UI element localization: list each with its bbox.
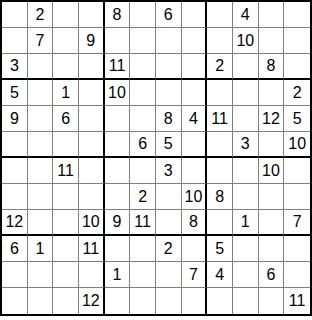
cell-r8c6[interactable]: 2 (130, 184, 156, 210)
cell-r6c5[interactable] (105, 132, 131, 158)
cell-r9c12[interactable]: 7 (284, 210, 310, 236)
cell-r9c7[interactable] (156, 210, 182, 236)
cell-r7c10[interactable] (233, 158, 259, 184)
cell-r9c10[interactable]: 1 (233, 210, 259, 236)
cell-r11c9[interactable]: 4 (207, 262, 233, 288)
cell-r10c2[interactable]: 1 (28, 236, 54, 262)
cell-r9c3[interactable] (53, 210, 79, 236)
cell-r10c7[interactable]: 2 (156, 236, 182, 262)
cell-r4c6[interactable] (130, 80, 156, 106)
cell-r12c5[interactable] (105, 288, 131, 314)
cell-r4c3[interactable]: 1 (53, 80, 79, 106)
cell-r2c8[interactable] (182, 28, 208, 54)
cell-r7c9[interactable] (207, 158, 233, 184)
cell-r4c7[interactable] (156, 80, 182, 106)
cell-r10c12[interactable] (284, 236, 310, 262)
cell-r4c10[interactable] (233, 80, 259, 106)
cell-r1c7[interactable]: 6 (156, 2, 182, 28)
cell-r1c10[interactable]: 4 (233, 2, 259, 28)
cell-r6c10[interactable]: 3 (233, 132, 259, 158)
cell-r5c2[interactable] (28, 106, 54, 132)
cell-r9c5[interactable]: 9 (105, 210, 131, 236)
cell-r8c5[interactable] (105, 184, 131, 210)
cell-r2c10[interactable]: 10 (233, 28, 259, 54)
cell-r2c3[interactable] (53, 28, 79, 54)
cell-r9c2[interactable] (28, 210, 54, 236)
cell-r2c6[interactable] (130, 28, 156, 54)
cell-r10c10[interactable] (233, 236, 259, 262)
cell-r7c7[interactable]: 3 (156, 158, 182, 184)
cell-r11c5[interactable]: 1 (105, 262, 131, 288)
cell-r2c4[interactable]: 9 (79, 28, 105, 54)
cell-r12c10[interactable] (233, 288, 259, 314)
cell-r6c7[interactable]: 5 (156, 132, 182, 158)
cell-r5c1[interactable]: 9 (2, 106, 28, 132)
cell-r5c7[interactable]: 8 (156, 106, 182, 132)
cell-r10c3[interactable] (53, 236, 79, 262)
cell-r11c7[interactable] (156, 262, 182, 288)
cell-r10c8[interactable] (182, 236, 208, 262)
cell-r7c3[interactable]: 11 (53, 158, 79, 184)
cell-r10c5[interactable] (105, 236, 131, 262)
cell-r11c6[interactable] (130, 262, 156, 288)
cell-r11c3[interactable] (53, 262, 79, 288)
cell-r3c7[interactable] (156, 54, 182, 80)
cell-r12c9[interactable] (207, 288, 233, 314)
cell-r10c1[interactable]: 6 (2, 236, 28, 262)
cell-r6c1[interactable] (2, 132, 28, 158)
cell-r6c6[interactable]: 6 (130, 132, 156, 158)
cell-r9c4[interactable]: 10 (79, 210, 105, 236)
cell-r11c8[interactable]: 7 (182, 262, 208, 288)
sudoku-page: 2864791031128511029684111256531011310210… (0, 0, 312, 320)
cell-r2c5[interactable] (105, 28, 131, 54)
cell-r8c7[interactable] (156, 184, 182, 210)
cell-r5c12[interactable]: 5 (284, 106, 310, 132)
cell-r3c11[interactable]: 8 (259, 54, 285, 80)
cell-r7c6[interactable] (130, 158, 156, 184)
cell-r2c11[interactable] (259, 28, 285, 54)
cell-r1c9[interactable] (207, 2, 233, 28)
cell-r5c5[interactable] (105, 106, 131, 132)
cell-r3c2[interactable] (28, 54, 54, 80)
cell-r10c11[interactable] (259, 236, 285, 262)
cell-r3c6[interactable] (130, 54, 156, 80)
cell-r8c1[interactable] (2, 184, 28, 210)
cell-r8c10[interactable] (233, 184, 259, 210)
cell-r2c7[interactable] (156, 28, 182, 54)
sudoku-board: 2864791031128511029684111256531011310210… (0, 0, 312, 316)
cell-r12c12[interactable]: 11 (284, 288, 310, 314)
cell-r8c9[interactable]: 8 (207, 184, 233, 210)
cell-r7c5[interactable] (105, 158, 131, 184)
cell-r3c8[interactable] (182, 54, 208, 80)
cell-r4c1[interactable]: 5 (2, 80, 28, 106)
cell-r4c4[interactable] (79, 80, 105, 106)
cell-r5c9[interactable]: 11 (207, 106, 233, 132)
cell-r8c11[interactable] (259, 184, 285, 210)
cell-r4c9[interactable] (207, 80, 233, 106)
cell-r8c3[interactable] (53, 184, 79, 210)
cell-r12c4[interactable]: 12 (79, 288, 105, 314)
cell-r7c8[interactable] (182, 158, 208, 184)
cell-r11c11[interactable]: 6 (259, 262, 285, 288)
cell-r3c10[interactable] (233, 54, 259, 80)
cell-r5c11[interactable]: 12 (259, 106, 285, 132)
cell-r3c5[interactable]: 11 (105, 54, 131, 80)
cell-r7c2[interactable] (28, 158, 54, 184)
cell-r1c6[interactable] (130, 2, 156, 28)
cell-r2c1[interactable] (2, 28, 28, 54)
cell-r5c8[interactable]: 4 (182, 106, 208, 132)
cell-r12c3[interactable] (53, 288, 79, 314)
cell-r12c2[interactable] (28, 288, 54, 314)
cell-r5c10[interactable] (233, 106, 259, 132)
cell-r11c1[interactable] (2, 262, 28, 288)
cell-r12c6[interactable] (130, 288, 156, 314)
cell-r11c10[interactable] (233, 262, 259, 288)
cell-r9c6[interactable]: 11 (130, 210, 156, 236)
cell-r8c12[interactable] (284, 184, 310, 210)
cell-r9c9[interactable] (207, 210, 233, 236)
cell-r9c8[interactable]: 8 (182, 210, 208, 236)
cell-r7c4[interactable] (79, 158, 105, 184)
cell-r5c6[interactable] (130, 106, 156, 132)
cell-r11c2[interactable] (28, 262, 54, 288)
cell-r2c9[interactable] (207, 28, 233, 54)
cell-r8c4[interactable] (79, 184, 105, 210)
cell-r7c11[interactable]: 10 (259, 158, 285, 184)
cell-r3c12[interactable] (284, 54, 310, 80)
cell-r11c4[interactable] (79, 262, 105, 288)
cell-r1c3[interactable] (53, 2, 79, 28)
cell-r1c12[interactable] (284, 2, 310, 28)
cell-r2c12[interactable] (284, 28, 310, 54)
cell-r1c11[interactable] (259, 2, 285, 28)
cell-r11c12[interactable] (284, 262, 310, 288)
cell-r12c7[interactable] (156, 288, 182, 314)
cell-r4c2[interactable] (28, 80, 54, 106)
cell-r1c8[interactable] (182, 2, 208, 28)
cell-r4c12[interactable]: 2 (284, 80, 310, 106)
cell-r12c11[interactable] (259, 288, 285, 314)
cell-r6c3[interactable] (53, 132, 79, 158)
cell-r10c9[interactable]: 5 (207, 236, 233, 262)
cell-r7c1[interactable] (2, 158, 28, 184)
cell-r8c2[interactable] (28, 184, 54, 210)
cell-r4c5[interactable]: 10 (105, 80, 131, 106)
cell-r4c11[interactable] (259, 80, 285, 106)
cell-r3c3[interactable] (53, 54, 79, 80)
cell-r1c1[interactable] (2, 2, 28, 28)
cell-r9c11[interactable] (259, 210, 285, 236)
cell-r9c1[interactable]: 12 (2, 210, 28, 236)
cell-r6c12[interactable]: 10 (284, 132, 310, 158)
cell-r6c2[interactable] (28, 132, 54, 158)
cell-r12c1[interactable] (2, 288, 28, 314)
cell-r5c3[interactable]: 6 (53, 106, 79, 132)
cell-r1c5[interactable]: 8 (105, 2, 131, 28)
cell-r6c4[interactable] (79, 132, 105, 158)
cell-r10c4[interactable]: 11 (79, 236, 105, 262)
cell-r10c6[interactable] (130, 236, 156, 262)
cell-r6c9[interactable] (207, 132, 233, 158)
cell-r7c12[interactable] (284, 158, 310, 184)
cell-r1c2[interactable]: 2 (28, 2, 54, 28)
cell-r1c4[interactable] (79, 2, 105, 28)
cell-r12c8[interactable] (182, 288, 208, 314)
cell-r6c8[interactable] (182, 132, 208, 158)
cell-r3c9[interactable]: 2 (207, 54, 233, 80)
cell-r3c1[interactable]: 3 (2, 54, 28, 80)
cell-r8c8[interactable]: 10 (182, 184, 208, 210)
cell-r3c4[interactable] (79, 54, 105, 80)
cell-r2c2[interactable]: 7 (28, 28, 54, 54)
cell-r6c11[interactable] (259, 132, 285, 158)
cell-r4c8[interactable] (182, 80, 208, 106)
cell-r5c4[interactable] (79, 106, 105, 132)
